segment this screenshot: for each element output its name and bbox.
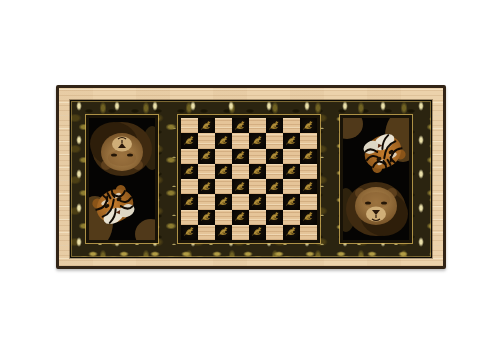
board-square-h3[interactable]	[300, 194, 317, 209]
board-square-c1[interactable]	[215, 225, 232, 240]
gold-dragon-emblem-icon	[303, 181, 315, 193]
board-square-e1[interactable]	[249, 225, 266, 240]
board-square-e4[interactable]	[249, 179, 266, 194]
checkerboard-window	[178, 115, 320, 243]
board-square-e6[interactable]	[249, 149, 266, 164]
gold-dragon-emblem-icon	[201, 211, 213, 223]
gold-dragon-emblem-icon	[269, 150, 281, 162]
board-square-g2[interactable]	[283, 210, 300, 225]
board-square-a7[interactable]	[181, 133, 198, 148]
page-background	[0, 0, 500, 354]
gold-dragon-emblem-icon	[252, 135, 264, 147]
gold-dragon-emblem-icon	[218, 196, 230, 208]
gold-dragon-emblem-icon	[235, 120, 247, 132]
board-square-b3[interactable]	[198, 194, 215, 209]
board-square-a1[interactable]	[181, 225, 198, 240]
board-square-b6[interactable]	[198, 149, 215, 164]
ornate-leaf-frame	[70, 100, 432, 258]
board-square-f6[interactable]	[266, 149, 283, 164]
board-square-c7[interactable]	[215, 133, 232, 148]
gold-dragon-emblem-icon	[269, 181, 281, 193]
gold-dragon-emblem-icon	[303, 211, 315, 223]
gold-dragon-emblem-icon	[303, 150, 315, 162]
gold-dragon-emblem-icon	[184, 196, 196, 208]
board-square-e3[interactable]	[249, 194, 266, 209]
board-square-g6[interactable]	[283, 149, 300, 164]
gold-dragon-emblem-icon	[235, 211, 247, 223]
board-square-f2[interactable]	[266, 210, 283, 225]
board-square-d7[interactable]	[232, 133, 249, 148]
board-square-c2[interactable]	[215, 210, 232, 225]
gold-dragon-emblem-icon	[184, 165, 196, 177]
wood-surface	[59, 88, 443, 266]
board-square-f3[interactable]	[266, 194, 283, 209]
lion-tiger-artwork-rotated	[343, 118, 409, 240]
board-square-g3[interactable]	[283, 194, 300, 209]
board-square-e8[interactable]	[249, 118, 266, 133]
gold-dragon-emblem-icon	[252, 226, 264, 238]
board-square-b2[interactable]	[198, 210, 215, 225]
gold-dragon-emblem-icon	[201, 181, 213, 193]
board-square-c5[interactable]	[215, 164, 232, 179]
game-board-case	[56, 85, 446, 269]
gold-dragon-emblem-icon	[269, 120, 281, 132]
board-square-f7[interactable]	[266, 133, 283, 148]
left-art-panel	[86, 115, 158, 243]
gold-dragon-emblem-icon	[201, 120, 213, 132]
right-art-panel	[340, 115, 412, 243]
board-square-h4[interactable]	[300, 179, 317, 194]
board-square-h1[interactable]	[300, 225, 317, 240]
board-square-h5[interactable]	[300, 164, 317, 179]
lion-tiger-artwork	[89, 118, 155, 240]
board-square-h8[interactable]	[300, 118, 317, 133]
board-square-a8[interactable]	[181, 118, 198, 133]
gold-dragon-emblem-icon	[218, 135, 230, 147]
board-square-d1[interactable]	[232, 225, 249, 240]
gold-dragon-emblem-icon	[218, 226, 230, 238]
checkerboard	[181, 118, 317, 240]
board-square-h6[interactable]	[300, 149, 317, 164]
gold-dragon-emblem-icon	[286, 165, 298, 177]
board-square-g5[interactable]	[283, 164, 300, 179]
board-square-e7[interactable]	[249, 133, 266, 148]
board-square-g8[interactable]	[283, 118, 300, 133]
board-square-d4[interactable]	[232, 179, 249, 194]
gold-dragon-emblem-icon	[218, 165, 230, 177]
board-square-a6[interactable]	[181, 149, 198, 164]
board-square-d2[interactable]	[232, 210, 249, 225]
board-square-a2[interactable]	[181, 210, 198, 225]
board-square-d5[interactable]	[232, 164, 249, 179]
board-square-h2[interactable]	[300, 210, 317, 225]
board-square-c4[interactable]	[215, 179, 232, 194]
board-square-h7[interactable]	[300, 133, 317, 148]
gold-dragon-emblem-icon	[235, 150, 247, 162]
board-square-d8[interactable]	[232, 118, 249, 133]
board-square-c8[interactable]	[215, 118, 232, 133]
board-square-a3[interactable]	[181, 194, 198, 209]
gold-dragon-emblem-icon	[303, 120, 315, 132]
board-square-f4[interactable]	[266, 179, 283, 194]
board-square-g7[interactable]	[283, 133, 300, 148]
gold-dragon-emblem-icon	[286, 135, 298, 147]
board-square-b7[interactable]	[198, 133, 215, 148]
board-square-d3[interactable]	[232, 194, 249, 209]
board-square-e5[interactable]	[249, 164, 266, 179]
board-square-b8[interactable]	[198, 118, 215, 133]
gold-dragon-emblem-icon	[235, 181, 247, 193]
board-square-d6[interactable]	[232, 149, 249, 164]
gold-dragon-emblem-icon	[269, 211, 281, 223]
gold-dragon-emblem-icon	[201, 150, 213, 162]
board-square-a5[interactable]	[181, 164, 198, 179]
board-square-b4[interactable]	[198, 179, 215, 194]
board-square-b5[interactable]	[198, 164, 215, 179]
gold-dragon-emblem-icon	[184, 135, 196, 147]
gold-dragon-emblem-icon	[286, 196, 298, 208]
board-square-f8[interactable]	[266, 118, 283, 133]
board-square-a4[interactable]	[181, 179, 198, 194]
board-square-f1[interactable]	[266, 225, 283, 240]
board-square-g1[interactable]	[283, 225, 300, 240]
gold-dragon-emblem-icon	[286, 226, 298, 238]
board-square-f5[interactable]	[266, 164, 283, 179]
gold-dragon-emblem-icon	[184, 226, 196, 238]
board-square-g4[interactable]	[283, 179, 300, 194]
gold-dragon-emblem-icon	[252, 196, 264, 208]
board-square-b1[interactable]	[198, 225, 215, 240]
board-square-c6[interactable]	[215, 149, 232, 164]
gold-dragon-emblem-icon	[252, 165, 264, 177]
board-square-e2[interactable]	[249, 210, 266, 225]
board-square-c3[interactable]	[215, 194, 232, 209]
